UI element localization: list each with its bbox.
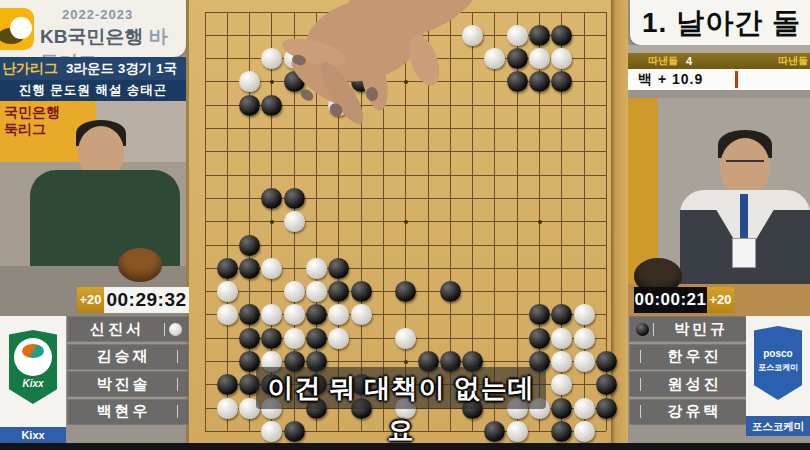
score-divider bbox=[735, 71, 738, 88]
go-stone-black bbox=[306, 328, 327, 349]
go-stone-black bbox=[261, 188, 282, 209]
right-clock-time: 00:00:21 bbox=[634, 287, 707, 313]
staff-bar: 진행 문도원 해설 송태곤 bbox=[0, 80, 186, 101]
go-stone-white bbox=[306, 258, 327, 279]
go-stone-black bbox=[239, 328, 260, 349]
star-point bbox=[270, 220, 274, 224]
roster-divider bbox=[653, 323, 654, 336]
go-stone-white bbox=[529, 48, 550, 69]
go-stone-black bbox=[239, 304, 260, 325]
captures-left-count: 4 bbox=[686, 55, 692, 67]
go-stone-black bbox=[529, 71, 550, 92]
grid-line-h bbox=[205, 245, 606, 246]
go-stone-white bbox=[217, 281, 238, 302]
go-stone-white bbox=[551, 328, 572, 349]
roster-divider bbox=[177, 350, 178, 363]
left-roster: 신진서김승재박진솔백현우 bbox=[67, 316, 189, 426]
roster-divider bbox=[640, 378, 641, 391]
caption-subtitle: 이건 뭐 대책이 없는데요 bbox=[256, 367, 546, 409]
go-stone-white bbox=[328, 95, 349, 116]
go-stone-black bbox=[261, 95, 282, 116]
episode-title-banner: 1. 날아간 돌 bbox=[630, 0, 810, 45]
right-team-logo: posco 포스코케미 bbox=[746, 316, 810, 416]
go-stone-white bbox=[551, 374, 572, 395]
go-stone-black bbox=[284, 421, 305, 442]
go-stone-black bbox=[217, 258, 238, 279]
go-stone-white bbox=[507, 421, 528, 442]
go-stone-black bbox=[239, 258, 260, 279]
go-stone-black bbox=[529, 328, 550, 349]
right-byoyomi-badge: +20 bbox=[707, 287, 734, 313]
right-player-badge bbox=[732, 238, 756, 268]
go-stone-white bbox=[574, 304, 595, 325]
go-stone-white bbox=[574, 351, 595, 372]
star-point bbox=[404, 360, 408, 364]
round-text: 3라운드 3경기 1국 bbox=[66, 60, 177, 78]
go-stone-black bbox=[484, 421, 505, 442]
go-stone-black bbox=[596, 398, 617, 419]
score-estimate: 백 + 10.9 bbox=[638, 71, 703, 89]
left-byoyomi-badge: +20 bbox=[77, 287, 104, 313]
left-clock-time: 00:29:32 bbox=[104, 287, 189, 313]
player-name: 한우진 bbox=[645, 347, 744, 366]
roster-row: 박민규 bbox=[629, 316, 751, 342]
go-stone-white bbox=[284, 281, 305, 302]
posco-shield-icon: posco 포스코케미 bbox=[754, 326, 802, 400]
roster-row: 김승재 bbox=[67, 344, 189, 370]
go-stone-white bbox=[261, 421, 282, 442]
go-stone-white bbox=[328, 328, 349, 349]
right-team-bar: 포스코케미 bbox=[746, 416, 810, 436]
player-name: 원성진 bbox=[645, 375, 744, 394]
go-stone-white bbox=[284, 328, 305, 349]
go-stone-black bbox=[551, 25, 572, 46]
go-stone-white bbox=[551, 48, 572, 69]
go-stone-white bbox=[551, 351, 572, 372]
go-stone-black bbox=[551, 71, 572, 92]
white-stone-icon bbox=[169, 323, 182, 336]
captures-left-label: 따낸돌 bbox=[648, 54, 678, 68]
go-stone-black bbox=[328, 281, 349, 302]
bottom-letterbox bbox=[0, 443, 810, 450]
go-stone-black bbox=[596, 351, 617, 372]
left-team-logo: Kixx bbox=[0, 316, 66, 427]
broadcast-frame: 국민은행 둑리그 2022-2023 KB국민은행 바둑리그 난가리그 3라운드… bbox=[0, 0, 810, 450]
roster-divider bbox=[640, 405, 641, 418]
roster-row: 신진서 bbox=[67, 316, 189, 342]
go-stone-black bbox=[507, 71, 528, 92]
go-stone-black bbox=[551, 304, 572, 325]
score-estimate-box: 백 + 10.9 bbox=[628, 69, 810, 90]
right-roster: 박민규한우진원성진강유택 bbox=[629, 316, 751, 426]
go-stone-white bbox=[574, 328, 595, 349]
captures-right-label: 따낸돌 bbox=[778, 54, 808, 68]
player-name: 박진솔 bbox=[74, 375, 173, 394]
right-player-photo bbox=[628, 98, 810, 316]
go-stone-black bbox=[239, 235, 260, 256]
kb-logo-icon bbox=[0, 8, 34, 50]
go-stone-black bbox=[328, 258, 349, 279]
left-player-photo: 국민은행 둑리그 bbox=[0, 98, 186, 316]
roster-divider bbox=[640, 350, 641, 363]
go-stone-white bbox=[217, 304, 238, 325]
go-stone-white bbox=[261, 48, 282, 69]
go-stone-white bbox=[574, 421, 595, 442]
go-stone-black bbox=[284, 71, 305, 92]
go-stone-black bbox=[551, 398, 572, 419]
go-stone-black bbox=[551, 421, 572, 442]
player-name: 김승재 bbox=[74, 347, 173, 366]
go-stone-white bbox=[507, 25, 528, 46]
go-stone-white bbox=[239, 71, 260, 92]
go-stone-black bbox=[284, 188, 305, 209]
glasses-icon bbox=[726, 160, 764, 170]
roster-row: 원성진 bbox=[629, 371, 751, 397]
go-stone-black bbox=[351, 281, 372, 302]
sponsor-partial: 난가리그 bbox=[2, 60, 58, 78]
roster-row: 박진솔 bbox=[67, 371, 189, 397]
go-stone-white bbox=[351, 304, 372, 325]
go-stone-white bbox=[395, 328, 416, 349]
go-stone-black bbox=[351, 71, 372, 92]
player-name: 신진서 bbox=[74, 320, 160, 339]
star-point bbox=[404, 220, 408, 224]
go-stone-black bbox=[507, 48, 528, 69]
left-stone-bowl bbox=[118, 248, 162, 282]
go-stone-white bbox=[574, 398, 595, 419]
go-stone-black bbox=[529, 304, 550, 325]
go-stone-white bbox=[261, 258, 282, 279]
go-stone-white bbox=[217, 398, 238, 419]
star-point bbox=[270, 80, 274, 84]
roster-row: 한우진 bbox=[629, 344, 751, 370]
roster-divider bbox=[177, 405, 178, 418]
star-point bbox=[538, 220, 542, 224]
go-stone-white bbox=[306, 281, 327, 302]
left-clock: +20 00:29:32 bbox=[77, 287, 189, 313]
right-clock: 00:00:21 +20 bbox=[634, 287, 734, 313]
roster-row: 백현우 bbox=[67, 399, 189, 425]
captures-bar: 따낸돌 4 따낸돌 bbox=[628, 53, 810, 69]
go-stone-black bbox=[306, 304, 327, 325]
go-stone-black bbox=[529, 25, 550, 46]
player-name: 강유택 bbox=[645, 402, 744, 421]
roster-row: 강유택 bbox=[629, 399, 751, 425]
league-season: 2022-2023 bbox=[62, 7, 133, 22]
go-stone-white bbox=[261, 304, 282, 325]
roster-divider bbox=[164, 323, 165, 336]
right-player-lanyard bbox=[740, 194, 748, 244]
roster-divider bbox=[177, 378, 178, 391]
go-stone-white bbox=[284, 304, 305, 325]
kixx-shield-icon: Kixx bbox=[9, 330, 57, 404]
go-stone-white bbox=[284, 48, 305, 69]
black-stone-icon bbox=[636, 323, 649, 336]
go-stone-black bbox=[217, 374, 238, 395]
star-point bbox=[404, 80, 408, 84]
go-stone-black bbox=[261, 328, 282, 349]
go-stone-black bbox=[440, 281, 461, 302]
go-stone-white bbox=[284, 211, 305, 232]
go-stone-black bbox=[395, 281, 416, 302]
go-stone-white bbox=[484, 48, 505, 69]
go-stone-white bbox=[462, 25, 483, 46]
go-stone-white bbox=[328, 304, 349, 325]
league-banner: 2022-2023 KB국민은행 바둑리그 bbox=[0, 0, 186, 57]
player-name: 백현우 bbox=[74, 402, 173, 421]
left-team-bar: Kixx bbox=[0, 427, 66, 444]
match-info-bar: 난가리그 3라운드 3경기 1국 bbox=[0, 57, 186, 80]
go-stone-black bbox=[239, 95, 260, 116]
player-name: 박민규 bbox=[658, 320, 744, 339]
